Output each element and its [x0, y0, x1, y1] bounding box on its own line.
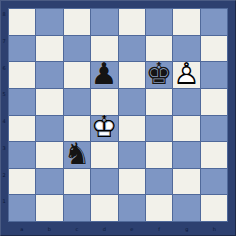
square-b7[interactable]: [36, 36, 62, 62]
square-g6[interactable]: ♟♙: [173, 62, 199, 88]
file-label-g: g: [173, 222, 201, 236]
file-label-f: f: [146, 222, 174, 236]
square-f6[interactable]: ♚: [146, 62, 172, 88]
square-c3[interactable]: ♞: [64, 142, 90, 168]
piece-glyph-outline: ♔: [91, 113, 118, 143]
rank-label-5: 5: [0, 88, 8, 115]
file-label-a: a: [8, 222, 36, 236]
file-label-e: e: [118, 222, 146, 236]
piece-glyph-fill: ♟: [91, 59, 118, 89]
piece-glyph-fill: ♚: [146, 59, 173, 89]
piece-glyph-fill: ♟: [173, 59, 200, 89]
square-d6[interactable]: ♟: [91, 62, 117, 88]
square-f1[interactable]: [146, 195, 172, 221]
square-g5[interactable]: [173, 89, 199, 115]
square-c8[interactable]: [64, 9, 90, 35]
square-c1[interactable]: [64, 195, 90, 221]
square-b8[interactable]: [36, 9, 62, 35]
square-h3[interactable]: [201, 142, 227, 168]
square-d3[interactable]: [91, 142, 117, 168]
square-g7[interactable]: [173, 36, 199, 62]
square-d1[interactable]: [91, 195, 117, 221]
square-g4[interactable]: [173, 116, 199, 142]
square-h1[interactable]: [201, 195, 227, 221]
rank-label-7: 7: [0, 35, 8, 62]
square-a7[interactable]: [9, 36, 35, 62]
square-c2[interactable]: [64, 169, 90, 195]
square-d5[interactable]: [91, 89, 117, 115]
square-f8[interactable]: [146, 9, 172, 35]
square-c5[interactable]: [64, 89, 90, 115]
square-c7[interactable]: [64, 36, 90, 62]
square-h5[interactable]: [201, 89, 227, 115]
rank-label-8: 8: [0, 8, 8, 35]
square-d7[interactable]: [91, 36, 117, 62]
rank-label-6: 6: [0, 62, 8, 89]
file-label-b: b: [36, 222, 64, 236]
square-a6[interactable]: [9, 62, 35, 88]
square-c6[interactable]: [64, 62, 90, 88]
square-c4[interactable]: [64, 116, 90, 142]
square-b5[interactable]: [36, 89, 62, 115]
square-b3[interactable]: [36, 142, 62, 168]
square-f7[interactable]: [146, 36, 172, 62]
piece-glyph-fill: ♚: [91, 113, 118, 143]
piece-glyph-outline: ♙: [173, 59, 200, 89]
square-b1[interactable]: [36, 195, 62, 221]
square-b4[interactable]: [36, 116, 62, 142]
square-h6[interactable]: [201, 62, 227, 88]
square-h7[interactable]: [201, 36, 227, 62]
board: ♟♚♟♙♚♔♞: [8, 8, 228, 222]
square-a3[interactable]: [9, 142, 35, 168]
square-d8[interactable]: [91, 9, 117, 35]
square-d4[interactable]: ♚♔: [91, 116, 117, 142]
square-e8[interactable]: [119, 9, 145, 35]
square-g3[interactable]: [173, 142, 199, 168]
square-e5[interactable]: [119, 89, 145, 115]
chess-diagram: 87654321 ♟♚♟♙♚♔♞ abcdefgh: [0, 0, 236, 236]
square-g8[interactable]: [173, 9, 199, 35]
square-g1[interactable]: [173, 195, 199, 221]
black-knight[interactable]: ♞: [64, 142, 90, 168]
square-b2[interactable]: [36, 169, 62, 195]
white-pawn[interactable]: ♟♙: [173, 62, 199, 88]
square-e7[interactable]: [119, 36, 145, 62]
square-h8[interactable]: [201, 9, 227, 35]
square-a1[interactable]: [9, 195, 35, 221]
white-king[interactable]: ♚♔: [91, 116, 117, 142]
square-e2[interactable]: [119, 169, 145, 195]
file-label-d: d: [91, 222, 119, 236]
square-f3[interactable]: [146, 142, 172, 168]
rank-label-4: 4: [0, 115, 8, 142]
square-f5[interactable]: [146, 89, 172, 115]
square-a4[interactable]: [9, 116, 35, 142]
square-f2[interactable]: [146, 169, 172, 195]
file-label-h: h: [201, 222, 229, 236]
rank-label-3: 3: [0, 142, 8, 169]
square-a8[interactable]: [9, 9, 35, 35]
rank-label-2: 2: [0, 169, 8, 196]
square-e4[interactable]: [119, 116, 145, 142]
square-a5[interactable]: [9, 89, 35, 115]
file-coordinates: abcdefgh: [8, 222, 228, 236]
square-d2[interactable]: [91, 169, 117, 195]
file-label-c: c: [63, 222, 91, 236]
square-h2[interactable]: [201, 169, 227, 195]
square-f4[interactable]: [146, 116, 172, 142]
square-h4[interactable]: [201, 116, 227, 142]
rank-coordinates: 87654321: [0, 8, 8, 222]
square-e1[interactable]: [119, 195, 145, 221]
piece-glyph-fill: ♞: [63, 139, 90, 169]
rank-label-1: 1: [0, 195, 8, 222]
square-e6[interactable]: [119, 62, 145, 88]
black-king[interactable]: ♚: [146, 62, 172, 88]
square-e3[interactable]: [119, 142, 145, 168]
black-pawn[interactable]: ♟: [91, 62, 117, 88]
square-b6[interactable]: [36, 62, 62, 88]
square-a2[interactable]: [9, 169, 35, 195]
square-g2[interactable]: [173, 169, 199, 195]
